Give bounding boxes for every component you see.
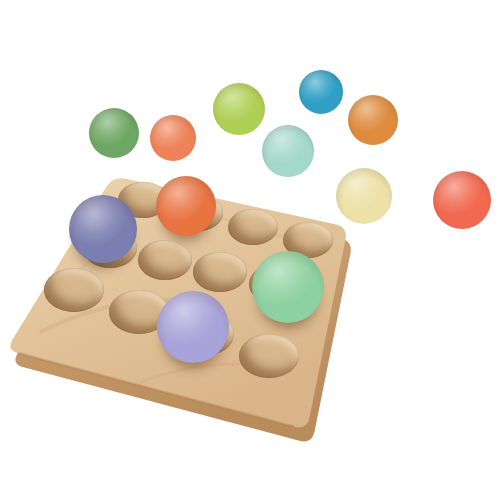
hole-r2c3 (193, 252, 247, 292)
sorting-board (0, 0, 500, 500)
product-photo (0, 0, 500, 500)
ball-blue[interactable] (299, 70, 343, 114)
ball-mint[interactable] (252, 251, 324, 323)
ball-aqua[interactable] (262, 125, 314, 177)
ball-lime[interactable] (213, 83, 265, 135)
ball-yellow[interactable] (336, 168, 392, 224)
hole-r3c1 (44, 268, 104, 312)
ball-salmon[interactable] (433, 171, 491, 229)
hole-r1c3 (228, 209, 278, 245)
ball-orange[interactable] (156, 176, 216, 236)
ball-lavender[interactable] (157, 291, 229, 363)
ball-periwinkle[interactable] (69, 195, 137, 263)
ball-coral[interactable] (150, 115, 196, 161)
ball-orange-light[interactable] (348, 95, 398, 145)
hole-r3c4 (239, 334, 299, 378)
ball-green[interactable] (89, 108, 139, 158)
hole-r2c2 (138, 240, 192, 280)
